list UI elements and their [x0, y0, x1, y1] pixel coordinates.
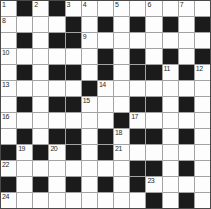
- clue-number-18: 18: [115, 129, 122, 137]
- black-cell-4-8: [130, 65, 145, 80]
- cell-9-8[interactable]: [130, 145, 145, 160]
- clue-number-14: 14: [99, 81, 106, 89]
- cell-6-10[interactable]: [163, 97, 178, 112]
- cell-12-6[interactable]: [98, 193, 113, 208]
- cell-1-9[interactable]: [146, 17, 161, 32]
- black-cell-8-11: [179, 129, 194, 144]
- black-cell-8-9: [146, 129, 161, 144]
- black-cell-1-12: [195, 17, 210, 32]
- cell-11-5[interactable]: [82, 177, 97, 192]
- black-cell-9-6: [98, 145, 113, 160]
- cell-9-5[interactable]: [82, 145, 97, 160]
- clue-number-16: 16: [2, 113, 9, 121]
- cell-1-11[interactable]: [179, 17, 194, 32]
- black-cell-8-1: [17, 129, 32, 144]
- cell-10-6[interactable]: [98, 161, 113, 176]
- black-cell-6-9: [146, 97, 161, 112]
- cell-10-2[interactable]: [33, 161, 48, 176]
- cell-12-8[interactable]: [130, 193, 145, 208]
- crossword-grid: 123456789101112131415161718192021222324: [0, 0, 211, 209]
- black-cell-11-8: [130, 177, 145, 192]
- clue-number-3: 3: [67, 1, 70, 9]
- clue-number-13: 13: [2, 81, 9, 89]
- cell-10-10[interactable]: [163, 161, 178, 176]
- cell-6-7[interactable]: [114, 97, 129, 112]
- cell-2-7[interactable]: [114, 33, 129, 48]
- cell-11-12[interactable]: [195, 177, 210, 192]
- black-cell-8-4: [66, 129, 81, 144]
- clue-number-11: 11: [164, 65, 170, 73]
- cell-4-2[interactable]: [33, 65, 48, 80]
- black-cell-5-5: [82, 81, 97, 96]
- cell-0-9[interactable]: 6: [146, 1, 161, 16]
- black-cell-10-8: [130, 161, 145, 176]
- clue-number-12: 12: [196, 65, 203, 73]
- cell-2-8[interactable]: [130, 33, 145, 48]
- black-cell-0-1: [17, 1, 32, 16]
- cell-0-5[interactable]: 4: [82, 1, 97, 16]
- cell-0-8[interactable]: [130, 1, 145, 16]
- cell-9-3[interactable]: 20: [49, 145, 64, 160]
- cell-12-1[interactable]: [17, 193, 32, 208]
- cell-5-1[interactable]: [17, 81, 32, 96]
- cell-11-10[interactable]: [163, 177, 178, 192]
- cell-3-5[interactable]: [82, 49, 97, 64]
- black-cell-6-8: [130, 97, 145, 112]
- cell-9-12[interactable]: [195, 145, 210, 160]
- cell-1-0[interactable]: 8: [1, 17, 16, 32]
- cell-7-12[interactable]: [195, 113, 210, 128]
- cell-11-1[interactable]: [17, 177, 32, 192]
- cell-8-0[interactable]: [1, 129, 16, 144]
- cell-5-7[interactable]: [114, 81, 129, 96]
- clue-number-9: 9: [83, 33, 86, 41]
- cell-1-2[interactable]: [33, 17, 48, 32]
- cell-7-3[interactable]: [49, 113, 64, 128]
- cell-3-4[interactable]: [66, 49, 81, 64]
- clue-number-21: 21: [115, 145, 122, 153]
- clue-number-2: 2: [34, 1, 37, 9]
- cell-8-12[interactable]: [195, 129, 210, 144]
- cell-4-5[interactable]: [82, 65, 97, 80]
- cell-5-0[interactable]: 13: [1, 81, 16, 96]
- cell-4-10[interactable]: 11: [163, 65, 178, 80]
- cell-12-12[interactable]: [195, 193, 210, 208]
- cell-2-5[interactable]: 9: [82, 33, 97, 48]
- cell-3-7[interactable]: [114, 49, 129, 64]
- cell-7-5[interactable]: [82, 113, 97, 128]
- clue-number-7: 7: [180, 1, 183, 9]
- black-cell-12-11: [179, 193, 194, 208]
- black-cell-4-4: [66, 65, 81, 80]
- cell-6-12[interactable]: [195, 97, 210, 112]
- cell-11-3[interactable]: [49, 177, 64, 192]
- cell-11-7[interactable]: [114, 177, 129, 192]
- clue-number-20: 20: [50, 145, 57, 153]
- cell-10-4[interactable]: [66, 161, 81, 176]
- cell-2-0[interactable]: [1, 33, 16, 48]
- cell-5-8[interactable]: [130, 81, 145, 96]
- cell-7-11[interactable]: [179, 113, 194, 128]
- cell-0-12[interactable]: [195, 1, 210, 16]
- cell-5-6[interactable]: 14: [98, 81, 113, 96]
- black-cell-9-4: [66, 145, 81, 160]
- black-cell-11-2: [33, 177, 48, 192]
- clue-number-15: 15: [83, 97, 90, 105]
- black-cell-4-3: [49, 65, 64, 80]
- cell-9-10[interactable]: [163, 145, 178, 160]
- cell-0-0[interactable]: 1: [1, 1, 16, 16]
- cell-6-0[interactable]: [1, 97, 16, 112]
- cell-0-7[interactable]: 5: [114, 1, 129, 16]
- black-cell-3-12: [195, 49, 210, 64]
- cell-5-10[interactable]: [163, 81, 178, 96]
- cell-9-7[interactable]: 21: [114, 145, 129, 160]
- cell-7-1[interactable]: [17, 113, 32, 128]
- cell-7-4[interactable]: [66, 113, 81, 128]
- clue-number-19: 19: [18, 145, 25, 153]
- black-cell-0-3: [49, 1, 64, 16]
- cell-10-0[interactable]: 22: [1, 161, 16, 176]
- cell-1-7[interactable]: [114, 17, 129, 32]
- black-cell-2-3: [49, 33, 64, 48]
- black-cell-1-6: [98, 17, 113, 32]
- cell-10-12[interactable]: [195, 161, 210, 176]
- cell-9-11[interactable]: [179, 145, 194, 160]
- cell-1-5[interactable]: [82, 17, 97, 32]
- black-cell-4-11: [179, 65, 194, 80]
- cell-0-11[interactable]: 7: [179, 1, 194, 16]
- cell-5-4[interactable]: [66, 81, 81, 96]
- cell-9-1[interactable]: 19: [17, 145, 32, 160]
- black-cell-8-8: [130, 129, 145, 144]
- cell-7-10[interactable]: [163, 113, 178, 128]
- cell-8-7[interactable]: 18: [114, 129, 129, 144]
- cell-8-10[interactable]: [163, 129, 178, 144]
- cell-12-7[interactable]: [114, 193, 129, 208]
- cell-9-9[interactable]: [146, 145, 161, 160]
- cell-7-9[interactable]: [146, 113, 161, 128]
- black-cell-1-8: [130, 17, 145, 32]
- cell-7-8[interactable]: 17: [130, 113, 145, 128]
- black-cell-3-6: [98, 49, 113, 64]
- black-cell-11-0: [1, 177, 16, 192]
- cell-4-7[interactable]: [114, 65, 129, 80]
- cell-6-6[interactable]: [98, 97, 113, 112]
- cell-11-11[interactable]: [179, 177, 194, 192]
- cell-8-5[interactable]: [82, 129, 97, 144]
- black-cell-8-3: [49, 129, 64, 144]
- clue-number-4: 4: [83, 1, 86, 9]
- cell-2-6[interactable]: [98, 33, 113, 48]
- cell-1-3[interactable]: [49, 17, 64, 32]
- cell-12-2[interactable]: [33, 193, 48, 208]
- black-cell-10-11: [179, 161, 194, 176]
- cell-2-12[interactable]: [195, 33, 210, 48]
- crossword-page: 123456789101112131415161718192021222324: [0, 0, 211, 209]
- cell-3-3[interactable]: [49, 49, 64, 64]
- cell-11-9[interactable]: 23: [146, 177, 161, 192]
- black-cell-6-3: [49, 97, 64, 112]
- cell-0-6[interactable]: [98, 1, 113, 16]
- clue-number-10: 10: [2, 49, 9, 57]
- clue-number-24: 24: [2, 193, 9, 201]
- clue-number-8: 8: [2, 17, 5, 25]
- cell-12-0[interactable]: 24: [1, 193, 16, 208]
- cell-2-11[interactable]: [179, 33, 194, 48]
- black-cell-10-9: [146, 161, 161, 176]
- black-cell-6-11: [179, 97, 194, 112]
- cell-0-10[interactable]: [163, 1, 178, 16]
- cell-5-9[interactable]: [146, 81, 161, 96]
- cell-3-1[interactable]: [17, 49, 32, 64]
- clue-number-6: 6: [147, 1, 150, 9]
- clue-number-22: 22: [2, 161, 9, 169]
- cell-10-7[interactable]: [114, 161, 129, 176]
- cell-3-0[interactable]: 10: [1, 49, 16, 64]
- cell-4-0[interactable]: [1, 65, 16, 80]
- black-cell-7-7: [114, 113, 129, 128]
- cell-2-10[interactable]: [163, 33, 178, 48]
- cell-5-2[interactable]: [33, 81, 48, 96]
- cell-0-2[interactable]: 2: [33, 1, 48, 16]
- black-cell-2-1: [17, 33, 32, 48]
- cell-3-9[interactable]: [146, 49, 161, 64]
- black-cell-4-1: [17, 65, 32, 80]
- black-cell-6-1: [17, 97, 32, 112]
- cell-7-0[interactable]: 16: [1, 113, 16, 128]
- cell-0-4[interactable]: 3: [66, 1, 81, 16]
- cell-4-12[interactable]: 12: [195, 65, 210, 80]
- cell-2-9[interactable]: [146, 33, 161, 48]
- cell-3-11[interactable]: [179, 49, 194, 64]
- cell-7-2[interactable]: [33, 113, 48, 128]
- cell-1-1[interactable]: [17, 17, 32, 32]
- cell-12-3[interactable]: [49, 193, 64, 208]
- black-cell-2-4: [66, 33, 81, 48]
- cell-3-2[interactable]: [33, 49, 48, 64]
- cell-6-5[interactable]: 15: [82, 97, 97, 112]
- cell-10-1[interactable]: [17, 161, 32, 176]
- black-cell-3-8: [130, 49, 145, 64]
- black-cell-6-4: [66, 97, 81, 112]
- black-cell-11-6: [98, 177, 113, 192]
- cell-12-4[interactable]: [66, 193, 81, 208]
- cell-7-6[interactable]: [98, 113, 113, 128]
- clue-number-17: 17: [131, 113, 138, 121]
- cell-10-3[interactable]: [49, 161, 64, 176]
- black-cell-12-9: [146, 193, 161, 208]
- cell-12-5[interactable]: [82, 193, 97, 208]
- cell-8-2[interactable]: [33, 129, 48, 144]
- cell-5-3[interactable]: [49, 81, 64, 96]
- cell-12-10[interactable]: [163, 193, 178, 208]
- black-cell-1-10: [163, 17, 178, 32]
- black-cell-9-2: [33, 145, 48, 160]
- clue-number-23: 23: [147, 177, 154, 185]
- black-cell-1-4: [66, 17, 81, 32]
- cell-2-2[interactable]: [33, 33, 48, 48]
- black-cell-4-9: [146, 65, 161, 80]
- black-cell-4-6: [98, 65, 113, 80]
- black-cell-8-6: [98, 129, 113, 144]
- clue-number-5: 5: [115, 1, 118, 9]
- clue-number-1: 1: [2, 1, 5, 9]
- cell-10-5[interactable]: [82, 161, 97, 176]
- cell-6-2[interactable]: [33, 97, 48, 112]
- black-cell-9-0: [1, 145, 16, 160]
- cell-5-11[interactable]: [179, 81, 194, 96]
- cell-5-12[interactable]: [195, 81, 210, 96]
- black-cell-11-4: [66, 177, 81, 192]
- black-cell-3-10: [163, 49, 178, 64]
